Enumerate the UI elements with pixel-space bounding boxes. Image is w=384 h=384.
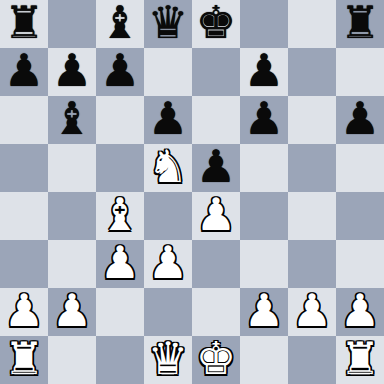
black-rook-piece[interactable]: ♜ [340,0,380,47]
square-d4[interactable] [144,192,192,240]
square-h5[interactable] [336,144,384,192]
square-c7[interactable]: ♟ [96,48,144,96]
black-pawn-piece[interactable]: ♟ [100,48,140,95]
black-queen-piece[interactable]: ♛ [148,0,188,47]
square-g7[interactable] [288,48,336,96]
square-b6[interactable]: ♝ [48,96,96,144]
square-h1[interactable]: ♜ [336,336,384,384]
square-e4[interactable]: ♟ [192,192,240,240]
white-pawn-piece[interactable]: ♟ [148,240,188,287]
square-f5[interactable] [240,144,288,192]
square-d5[interactable]: ♞ [144,144,192,192]
square-h4[interactable] [336,192,384,240]
square-c5[interactable] [96,144,144,192]
square-d1[interactable]: ♛ [144,336,192,384]
square-e7[interactable] [192,48,240,96]
square-h6[interactable]: ♟ [336,96,384,144]
black-king-piece[interactable]: ♚ [196,0,236,47]
square-g3[interactable] [288,240,336,288]
square-e3[interactable] [192,240,240,288]
square-b2[interactable]: ♟ [48,288,96,336]
square-f1[interactable] [240,336,288,384]
square-g5[interactable] [288,144,336,192]
square-d3[interactable]: ♟ [144,240,192,288]
square-g4[interactable] [288,192,336,240]
black-pawn-piece[interactable]: ♟ [244,48,284,95]
square-h3[interactable] [336,240,384,288]
white-pawn-piece[interactable]: ♟ [4,288,44,335]
black-pawn-piece[interactable]: ♟ [244,96,284,143]
square-h8[interactable]: ♜ [336,0,384,48]
black-rook-piece[interactable]: ♜ [4,0,44,47]
square-a1[interactable]: ♜ [0,336,48,384]
square-f8[interactable] [240,0,288,48]
square-d6[interactable]: ♟ [144,96,192,144]
square-c6[interactable] [96,96,144,144]
square-b4[interactable] [48,192,96,240]
square-c4[interactable]: ♝ [96,192,144,240]
white-pawn-piece[interactable]: ♟ [196,192,236,239]
square-f4[interactable] [240,192,288,240]
white-pawn-piece[interactable]: ♟ [292,288,332,335]
black-pawn-piece[interactable]: ♟ [340,96,380,143]
square-h7[interactable] [336,48,384,96]
black-pawn-piece[interactable]: ♟ [52,48,92,95]
square-c2[interactable] [96,288,144,336]
square-h2[interactable]: ♟ [336,288,384,336]
square-a8[interactable]: ♜ [0,0,48,48]
chess-board: ♜♝♛♚♜♟♟♟♟♝♟♟♟♞♟♝♟♟♟♟♟♟♟♟♜♛♚♜ [0,0,384,384]
square-c1[interactable] [96,336,144,384]
square-g6[interactable] [288,96,336,144]
square-b1[interactable] [48,336,96,384]
square-g1[interactable] [288,336,336,384]
black-pawn-piece[interactable]: ♟ [4,48,44,95]
square-a3[interactable] [0,240,48,288]
white-bishop-piece[interactable]: ♝ [100,192,140,239]
square-b8[interactable] [48,0,96,48]
square-d7[interactable] [144,48,192,96]
square-e5[interactable]: ♟ [192,144,240,192]
square-c8[interactable]: ♝ [96,0,144,48]
chess-board-container: ♜♝♛♚♜♟♟♟♟♝♟♟♟♞♟♝♟♟♟♟♟♟♟♟♜♛♚♜ [0,0,384,384]
square-a5[interactable] [0,144,48,192]
white-king-piece[interactable]: ♚ [196,336,236,383]
square-f7[interactable]: ♟ [240,48,288,96]
square-e2[interactable] [192,288,240,336]
square-e1[interactable]: ♚ [192,336,240,384]
square-f2[interactable]: ♟ [240,288,288,336]
white-rook-piece[interactable]: ♜ [340,336,380,383]
white-queen-piece[interactable]: ♛ [148,336,188,383]
square-a7[interactable]: ♟ [0,48,48,96]
black-pawn-piece[interactable]: ♟ [148,96,188,143]
square-a4[interactable] [0,192,48,240]
square-g2[interactable]: ♟ [288,288,336,336]
square-b5[interactable] [48,144,96,192]
white-knight-piece[interactable]: ♞ [148,144,188,191]
square-d2[interactable] [144,288,192,336]
square-a6[interactable] [0,96,48,144]
white-rook-piece[interactable]: ♜ [4,336,44,383]
square-g8[interactable] [288,0,336,48]
black-bishop-piece[interactable]: ♝ [100,0,140,47]
white-pawn-piece[interactable]: ♟ [340,288,380,335]
square-b7[interactable]: ♟ [48,48,96,96]
square-e6[interactable] [192,96,240,144]
square-e8[interactable]: ♚ [192,0,240,48]
square-c3[interactable]: ♟ [96,240,144,288]
square-f3[interactable] [240,240,288,288]
square-f6[interactable]: ♟ [240,96,288,144]
white-pawn-piece[interactable]: ♟ [52,288,92,335]
black-pawn-piece[interactable]: ♟ [196,144,236,191]
white-pawn-piece[interactable]: ♟ [100,240,140,287]
black-bishop-piece[interactable]: ♝ [52,96,92,143]
square-a2[interactable]: ♟ [0,288,48,336]
square-d8[interactable]: ♛ [144,0,192,48]
square-b3[interactable] [48,240,96,288]
white-pawn-piece[interactable]: ♟ [244,288,284,335]
